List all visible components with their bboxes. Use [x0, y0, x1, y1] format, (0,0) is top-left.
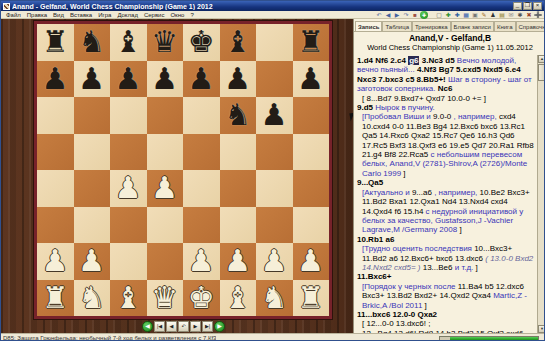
white-rook: ♜: [42, 280, 69, 316]
scrollbar-thumb[interactable]: [538, 64, 545, 81]
white-knight: ♞: [261, 280, 288, 316]
pieces-icon[interactable]: ♟: [489, 11, 497, 19]
notation-paragraph: 11...bxc6 12.0-0 Qxa2: [357, 310, 534, 319]
game-header: Anand,V - Gelfand,B World Chess Champion…: [354, 31, 545, 54]
notation-panel: ЗаписьТаблицаТренировкаБланк записиКнига…: [353, 19, 545, 333]
square-d7[interactable]: ♟: [147, 61, 184, 98]
window-title: Anand - Gelfand, World Chess Championshi…: [12, 3, 511, 10]
square-f4[interactable]: [220, 170, 257, 207]
notation-paragraph: [Актуально и 9...a6 , например, 10.Be2 B…: [357, 188, 534, 235]
square-f2[interactable]: ♟: [220, 243, 257, 280]
square-f8[interactable]: ♝: [220, 24, 257, 61]
white-pawn: ♟: [261, 243, 288, 279]
square-e1[interactable]: ♚: [183, 280, 220, 317]
comment-text: [Пробовал Виши и: [362, 112, 433, 121]
board-panel: ♜♞♝♛♚♝♜♟♟♟♟♟♟♟♞♟♟♟♟♟♟♟♟♟♜♞♝♛♚♝♞♜ ◀|◀◀↶▶▶…: [1, 19, 353, 333]
close-button[interactable]: ×: [533, 2, 542, 10]
square-h4[interactable]: [293, 170, 330, 207]
window-controls: _❐×: [513, 2, 542, 10]
forward-button[interactable]: ▶: [190, 321, 201, 332]
save-icon[interactable]: ▦: [462, 11, 470, 19]
square-e4[interactable]: [183, 170, 220, 207]
move-text[interactable]: 13...Be6: [420, 263, 454, 272]
square-d1[interactable]: ♛: [147, 280, 184, 317]
redo-icon[interactable]: ↷: [402, 11, 410, 19]
send-icon[interactable]: ✉: [507, 11, 515, 19]
square-c6[interactable]: [110, 97, 147, 134]
square-d2[interactable]: [147, 243, 184, 280]
square-e7[interactable]: ♟: [183, 61, 220, 98]
black-pawn: ♟: [261, 97, 288, 133]
square-a7[interactable]: ♟: [37, 61, 74, 98]
insert-novelty-icon[interactable]: ✚: [444, 11, 452, 19]
black-bishop: ♝: [115, 24, 142, 60]
square-h1[interactable]: ♜: [293, 280, 330, 317]
square-a8[interactable]: ♜: [37, 24, 74, 61]
square-e6[interactable]: [183, 97, 220, 134]
black-rook: ♜: [42, 24, 69, 60]
white-bishop: ♝: [224, 280, 251, 316]
square-e3[interactable]: [183, 207, 220, 244]
menu-view[interactable]: Вид: [50, 12, 67, 18]
tab-scoresheet[interactable]: Бланк записи: [451, 21, 494, 31]
white-pawn: ♟: [188, 243, 215, 279]
square-d6[interactable]: [147, 97, 184, 134]
square-b3[interactable]: [74, 207, 111, 244]
white-queen: ♛: [151, 280, 178, 316]
square-b5[interactable]: [74, 134, 111, 171]
square-f1[interactable]: ♝: [220, 280, 257, 317]
stop-icon[interactable]: ■: [411, 11, 419, 19]
comment-text: , например,: [453, 112, 498, 121]
square-e8[interactable]: ♚: [183, 24, 220, 61]
square-d3[interactable]: [147, 207, 184, 244]
tab-notation[interactable]: Запись: [355, 21, 382, 31]
square-g2[interactable]: ♟: [256, 243, 293, 280]
comment-text: Нырок в пучину.: [375, 103, 434, 112]
next-game-button[interactable]: ▶: [214, 321, 225, 332]
square-f7[interactable]: ♟: [220, 61, 257, 98]
square-b6[interactable]: [74, 97, 111, 134]
game-navigation-bar: ◀|◀◀↶▶▶|▶: [142, 321, 225, 332]
black-bishop: ♝: [224, 24, 251, 60]
scroll-up-button[interactable]: ▲: [538, 55, 545, 63]
opening-classification: D85: Защита Грюнфельда: необычный 7-й хо…: [3, 335, 216, 341]
black-pawn: ♟: [297, 61, 324, 97]
delete-icon[interactable]: ✖: [525, 11, 533, 19]
square-h2[interactable]: ♟: [293, 243, 330, 280]
move-text[interactable]: ]: [473, 263, 477, 272]
title-bar[interactable]: Anand - Gelfand, World Chess Championshi…: [1, 1, 544, 11]
square-f5[interactable]: [220, 134, 257, 171]
square-g5[interactable]: [256, 134, 293, 171]
square-a6[interactable]: [37, 97, 74, 134]
opening-book-icon[interactable]: ▤: [498, 11, 506, 19]
tab-book[interactable]: Книга: [494, 21, 516, 31]
square-a3[interactable]: [37, 207, 74, 244]
white-pawn: ♟: [115, 170, 142, 206]
comment-text: , например,: [434, 188, 479, 197]
square-d8[interactable]: ♛: [147, 24, 184, 61]
app-icon: [3, 3, 10, 10]
back-icon[interactable]: ◀: [384, 11, 392, 19]
square-h7[interactable]: ♟: [293, 61, 330, 98]
notation-paragraph: 9.d5 Нырок в пучину.: [357, 103, 534, 112]
undo-icon[interactable]: ↶: [375, 11, 383, 19]
game-event: World Chess Championship (Game 1) 11.05.…: [354, 43, 545, 52]
status-bar: D85: Защита Грюнфельда: необычный 7-й хо…: [1, 333, 544, 341]
square-c7[interactable]: ♟: [110, 61, 147, 98]
goto-start-button[interactable]: |◀: [154, 321, 165, 332]
prev-game-button[interactable]: ◀: [142, 321, 153, 332]
square-a5[interactable]: [37, 134, 74, 171]
menu-file[interactable]: Файл: [3, 12, 24, 18]
menu-insert[interactable]: Вставка: [67, 12, 95, 18]
menu-game[interactable]: Игра: [95, 12, 114, 18]
black-pawn: ♟: [151, 61, 178, 97]
white-pawn: ♟: [42, 243, 69, 279]
square-c5[interactable]: [110, 134, 147, 171]
tab-training[interactable]: Тренировка: [412, 21, 451, 31]
square-g7[interactable]: [256, 61, 293, 98]
black-king: ♚: [188, 24, 215, 60]
minimize-button[interactable]: _: [513, 2, 522, 10]
notation-paragraph: [Трудно оценить последствия 10...Bxc3+ 1…: [357, 244, 534, 272]
move-text[interactable]: 1.d4 Nf6 2.c4: [357, 56, 408, 65]
copy-icon[interactable]: ▣: [471, 11, 479, 19]
square-d5[interactable]: [147, 134, 184, 171]
white-pawn: ♟: [297, 243, 324, 279]
analysis-icon[interactable]: ✱: [516, 11, 524, 19]
square-c3[interactable]: [110, 207, 147, 244]
notation-paragraph: 11.Bxc6+: [357, 272, 534, 281]
menu-bar: ФайлПравкаВидВставкаИграДокладСервисОкно…: [3, 12, 197, 18]
black-knight: ♞: [224, 97, 251, 133]
new-game-icon[interactable]: ✚: [420, 11, 428, 19]
square-g6[interactable]: ♟: [256, 97, 293, 134]
black-queen: ♛: [151, 24, 178, 60]
notation-paragraph: [ 12...0-0 13.dxc6! ;: [357, 319, 534, 328]
menu-window[interactable]: Окно: [167, 12, 187, 18]
square-g3[interactable]: [256, 207, 293, 244]
white-knight: ♞: [78, 280, 105, 316]
square-g8[interactable]: [256, 24, 293, 61]
square-d4[interactable]: ♟: [147, 170, 184, 207]
progress-bar: [439, 336, 539, 341]
white-pawn: ♟: [151, 170, 178, 206]
square-f6[interactable]: ♞: [220, 97, 257, 134]
move-text[interactable]: 9...a6: [412, 188, 434, 197]
move-text[interactable]: 11.Bxc6+: [357, 272, 391, 281]
move-text[interactable]: 3.Nc3 d5: [419, 56, 456, 65]
maximize-button[interactable]: ❐: [523, 2, 532, 10]
square-c4[interactable]: ♟: [110, 170, 147, 207]
black-rook: ♜: [297, 24, 324, 60]
square-c8[interactable]: ♝: [110, 24, 147, 61]
menu-tools[interactable]: Сервис: [141, 12, 168, 18]
square-h5[interactable]: [293, 134, 330, 171]
comment-text: и т.д.: [455, 263, 474, 272]
move-text[interactable]: 9.0-0: [433, 112, 453, 121]
black-pawn: ♟: [188, 61, 215, 97]
comment-text: [Трудно оценить последствия: [362, 244, 474, 253]
main-content: ♜♞♝♛♚♝♜♟♟♟♟♟♟♟♞♟♟♟♟♟♟♟♟♟♜♞♝♛♚♝♞♜ ◀|◀◀↶▶▶…: [1, 19, 544, 333]
square-b1[interactable]: ♞: [74, 280, 111, 317]
square-b2[interactable]: ♟: [74, 243, 111, 280]
forward-icon[interactable]: ▶: [393, 11, 401, 19]
game-players: Anand,V - Gelfand,B: [354, 33, 545, 43]
square-b4[interactable]: [74, 170, 111, 207]
comment-text: [Порядок у черных после: [362, 282, 458, 291]
chessbase-window: Anand - Gelfand, World Chess Championshi…: [0, 0, 545, 341]
square-b7[interactable]: ♟: [74, 61, 111, 98]
square-e2[interactable]: ♟: [183, 243, 220, 280]
white-pawn: ♟: [78, 243, 105, 279]
square-h6[interactable]: [293, 97, 330, 134]
white-bishop: ♝: [115, 280, 142, 316]
square-c1[interactable]: ♝: [110, 280, 147, 317]
move-text[interactable]: [ 12...0-0 13.dxc6! ;: [362, 319, 430, 328]
black-pawn: ♟: [115, 61, 142, 97]
square-f3[interactable]: [220, 207, 257, 244]
expand-icon[interactable]: ➕: [534, 11, 542, 19]
chess-board[interactable]: ♜♞♝♛♚♝♜♟♟♟♟♟♟♟♞♟♟♟♟♟♟♟♟♟♜♞♝♛♚♝♞♜: [37, 24, 329, 316]
move-text[interactable]: 9...Qa5: [357, 178, 383, 187]
move-text[interactable]: ]: [401, 169, 405, 178]
black-pawn: ♟: [42, 61, 69, 97]
square-a2[interactable]: ♟: [37, 243, 74, 280]
square-a1[interactable]: ♜: [37, 280, 74, 317]
selected-move[interactable]: g6: [408, 56, 419, 65]
notation-paragraph: [Порядок у черных после 11.Ba4 b5 12.dxc…: [357, 282, 534, 310]
menu-report[interactable]: Доклад: [114, 12, 141, 18]
takeback-button[interactable]: ↶: [178, 321, 189, 332]
move-text[interactable]: ]: [422, 301, 426, 310]
white-rook: ♜: [297, 280, 324, 316]
square-g4[interactable]: [256, 170, 293, 207]
white-pawn: ♟: [224, 243, 251, 279]
notation-scrollbar[interactable]: ▲ ▼: [537, 55, 545, 333]
goto-end-button[interactable]: ▶|: [202, 321, 213, 332]
progress-fill: [450, 337, 538, 340]
move-text[interactable]: 11...bxc6 12.0-0 Qxa2: [357, 310, 437, 319]
black-pawn: ♟: [78, 61, 105, 97]
comment-text: [Актуально и: [362, 188, 412, 197]
chess-board-frame: ♜♞♝♛♚♝♜♟♟♟♟♟♟♟♞♟♟♟♟♟♟♟♟♟♜♞♝♛♚♝♞♜: [34, 21, 332, 319]
notation-text[interactable]: 1.d4 Nf6 2.c4 g6 3.Nc3 d5 Вечно молодой,…: [354, 54, 545, 333]
scroll-down-button[interactable]: ▼: [538, 325, 545, 333]
square-g1[interactable]: ♞: [256, 280, 293, 317]
main-toolbar: ▢✚✚▦▣✎♟▤✉✱✖➕: [435, 11, 542, 19]
notation-paragraph: [Пробовал Виши и 9.0-0 , например, cxd4 …: [357, 112, 534, 178]
menu-toolbar-row: ФайлПравкаВидВставкаИграДокладСервисОкно…: [1, 11, 544, 19]
square-b8[interactable]: ♞: [74, 24, 111, 61]
menu-help[interactable]: ?: [187, 12, 196, 18]
square-h3[interactable]: [293, 207, 330, 244]
back-button[interactable]: ◀: [166, 321, 177, 332]
tab-table[interactable]: Таблица: [382, 21, 412, 31]
square-h8[interactable]: ♜: [293, 24, 330, 61]
menu-edit[interactable]: Правка: [24, 12, 50, 18]
notation-paragraph: [ 8...Bd7 9.Bxd7+ Qxd7 10.0-0 += ]: [357, 94, 534, 103]
tab-reference[interactable]: Справочник: [516, 21, 545, 31]
toolbars: ↶◀▶↷■✚ ▢✚✚▦▣✎♟▤✉✱✖➕: [375, 11, 542, 19]
move-text[interactable]: 10.Rb1 a6: [357, 235, 394, 244]
move-text[interactable]: ]: [457, 225, 461, 234]
panel-tabs: ЗаписьТаблицаТренировкаБланк записиКнига…: [354, 19, 545, 31]
move-text[interactable]: [ 8...Bd7 9.Bxd7+ Qxd7 10.0-0 += ]: [362, 94, 486, 103]
new-document-icon[interactable]: ▢: [435, 11, 443, 19]
annotate-icon[interactable]: ✎: [480, 11, 488, 19]
black-knight: ♞: [78, 24, 105, 60]
square-a4[interactable]: [37, 170, 74, 207]
move-text[interactable]: 9.d5: [357, 103, 375, 112]
notation-paragraph: 1.d4 Nf6 2.c4 g6 3.Nc3 d5 Вечно молодой,…: [357, 56, 534, 94]
move-text[interactable]: Nc6: [438, 84, 453, 93]
notation-paragraph: 9...Qa5: [357, 178, 534, 187]
notation-paragraph: 10.Rb1 a6: [357, 235, 534, 244]
square-c2[interactable]: [110, 243, 147, 280]
navigation-toolbar: ↶◀▶↷■✚: [375, 11, 428, 19]
square-e5[interactable]: [183, 134, 220, 171]
black-pawn: ♟: [224, 61, 251, 97]
white-king: ♚: [188, 280, 215, 316]
add-variation-icon[interactable]: ✚: [453, 11, 461, 19]
